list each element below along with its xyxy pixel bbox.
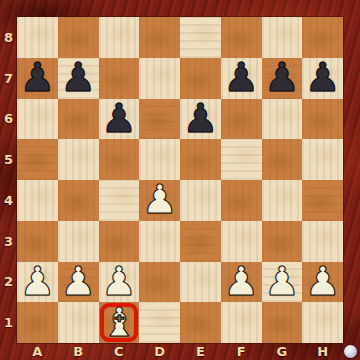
square-a5[interactable] [17, 139, 58, 180]
file-label-b: B [58, 343, 99, 360]
square-d2[interactable] [139, 262, 180, 303]
square-b1[interactable] [58, 302, 99, 343]
square-h2[interactable]: ♟ [302, 262, 343, 303]
square-f3[interactable] [221, 221, 262, 262]
square-a4[interactable] [17, 180, 58, 221]
file-label-f: F [221, 343, 262, 360]
square-b4[interactable] [58, 180, 99, 221]
square-d1[interactable] [139, 302, 180, 343]
file-label-g: G [262, 343, 303, 360]
chess-diagram: 87654321 ABCDEFGH ♟♟♟♟♟♟♟♟♟♟♟♟♟♟♝ [0, 0, 360, 360]
square-d7[interactable] [139, 58, 180, 99]
square-c2[interactable]: ♟ [99, 262, 140, 303]
black-pawn[interactable]: ♟ [101, 98, 137, 138]
file-label-d: D [139, 343, 180, 360]
rank-label-7: 7 [0, 58, 17, 99]
square-e1[interactable] [180, 302, 221, 343]
rank-label-5: 5 [0, 139, 17, 180]
file-labels: ABCDEFGH [17, 343, 343, 360]
rank-label-4: 4 [0, 180, 17, 221]
black-pawn[interactable]: ♟ [19, 57, 55, 97]
file-label-a: A [17, 343, 58, 360]
square-g7[interactable]: ♟ [262, 58, 303, 99]
square-e5[interactable] [180, 139, 221, 180]
square-h1[interactable] [302, 302, 343, 343]
white-to-move-indicator [344, 345, 357, 358]
square-d4[interactable]: ♟ [139, 180, 180, 221]
square-g6[interactable] [262, 99, 303, 140]
square-d6[interactable] [139, 99, 180, 140]
square-f2[interactable]: ♟ [221, 262, 262, 303]
square-b8[interactable] [58, 17, 99, 58]
black-pawn[interactable]: ♟ [264, 57, 300, 97]
square-d8[interactable] [139, 17, 180, 58]
white-pawn[interactable]: ♟ [60, 261, 96, 301]
square-a7[interactable]: ♟ [17, 58, 58, 99]
square-c6[interactable]: ♟ [99, 99, 140, 140]
square-e7[interactable] [180, 58, 221, 99]
black-pawn[interactable]: ♟ [182, 98, 218, 138]
square-e4[interactable] [180, 180, 221, 221]
black-pawn[interactable]: ♟ [60, 57, 96, 97]
square-c8[interactable] [99, 17, 140, 58]
rank-labels: 87654321 [0, 17, 17, 343]
square-e3[interactable] [180, 221, 221, 262]
square-b5[interactable] [58, 139, 99, 180]
rank-label-1: 1 [0, 302, 17, 343]
square-g5[interactable] [262, 139, 303, 180]
square-g4[interactable] [262, 180, 303, 221]
square-h8[interactable] [302, 17, 343, 58]
square-g3[interactable] [262, 221, 303, 262]
square-f8[interactable] [221, 17, 262, 58]
white-pawn[interactable]: ♟ [223, 261, 259, 301]
square-e6[interactable]: ♟ [180, 99, 221, 140]
square-h3[interactable] [302, 221, 343, 262]
rank-label-8: 8 [0, 17, 17, 58]
file-label-e: E [180, 343, 221, 360]
square-e8[interactable] [180, 17, 221, 58]
square-f4[interactable] [221, 180, 262, 221]
square-h6[interactable] [302, 99, 343, 140]
square-b2[interactable]: ♟ [58, 262, 99, 303]
white-pawn[interactable]: ♟ [19, 261, 55, 301]
square-h4[interactable] [302, 180, 343, 221]
square-c4[interactable] [99, 180, 140, 221]
chess-board: ♟♟♟♟♟♟♟♟♟♟♟♟♟♟♝ [17, 17, 343, 343]
square-f7[interactable]: ♟ [221, 58, 262, 99]
black-pawn[interactable]: ♟ [305, 57, 341, 97]
file-label-h: H [302, 343, 343, 360]
square-f1[interactable] [221, 302, 262, 343]
square-c1[interactable]: ♝ [99, 302, 140, 343]
square-f5[interactable] [221, 139, 262, 180]
square-d5[interactable] [139, 139, 180, 180]
square-a8[interactable] [17, 17, 58, 58]
square-b6[interactable] [58, 99, 99, 140]
file-label-c: C [99, 343, 140, 360]
square-c7[interactable] [99, 58, 140, 99]
square-a2[interactable]: ♟ [17, 262, 58, 303]
square-h5[interactable] [302, 139, 343, 180]
square-a6[interactable] [17, 99, 58, 140]
white-pawn[interactable]: ♟ [142, 179, 178, 219]
square-g1[interactable] [262, 302, 303, 343]
square-d3[interactable] [139, 221, 180, 262]
square-b7[interactable]: ♟ [58, 58, 99, 99]
white-bishop[interactable]: ♝ [101, 302, 137, 342]
black-pawn[interactable]: ♟ [223, 57, 259, 97]
white-pawn[interactable]: ♟ [264, 261, 300, 301]
white-pawn[interactable]: ♟ [305, 261, 341, 301]
square-f6[interactable] [221, 99, 262, 140]
square-c3[interactable] [99, 221, 140, 262]
square-g2[interactable]: ♟ [262, 262, 303, 303]
square-c5[interactable] [99, 139, 140, 180]
square-e2[interactable] [180, 262, 221, 303]
square-g8[interactable] [262, 17, 303, 58]
square-a1[interactable] [17, 302, 58, 343]
square-b3[interactable] [58, 221, 99, 262]
square-h7[interactable]: ♟ [302, 58, 343, 99]
white-pawn[interactable]: ♟ [101, 261, 137, 301]
rank-label-3: 3 [0, 221, 17, 262]
rank-label-2: 2 [0, 262, 17, 303]
rank-label-6: 6 [0, 99, 17, 140]
square-a3[interactable] [17, 221, 58, 262]
